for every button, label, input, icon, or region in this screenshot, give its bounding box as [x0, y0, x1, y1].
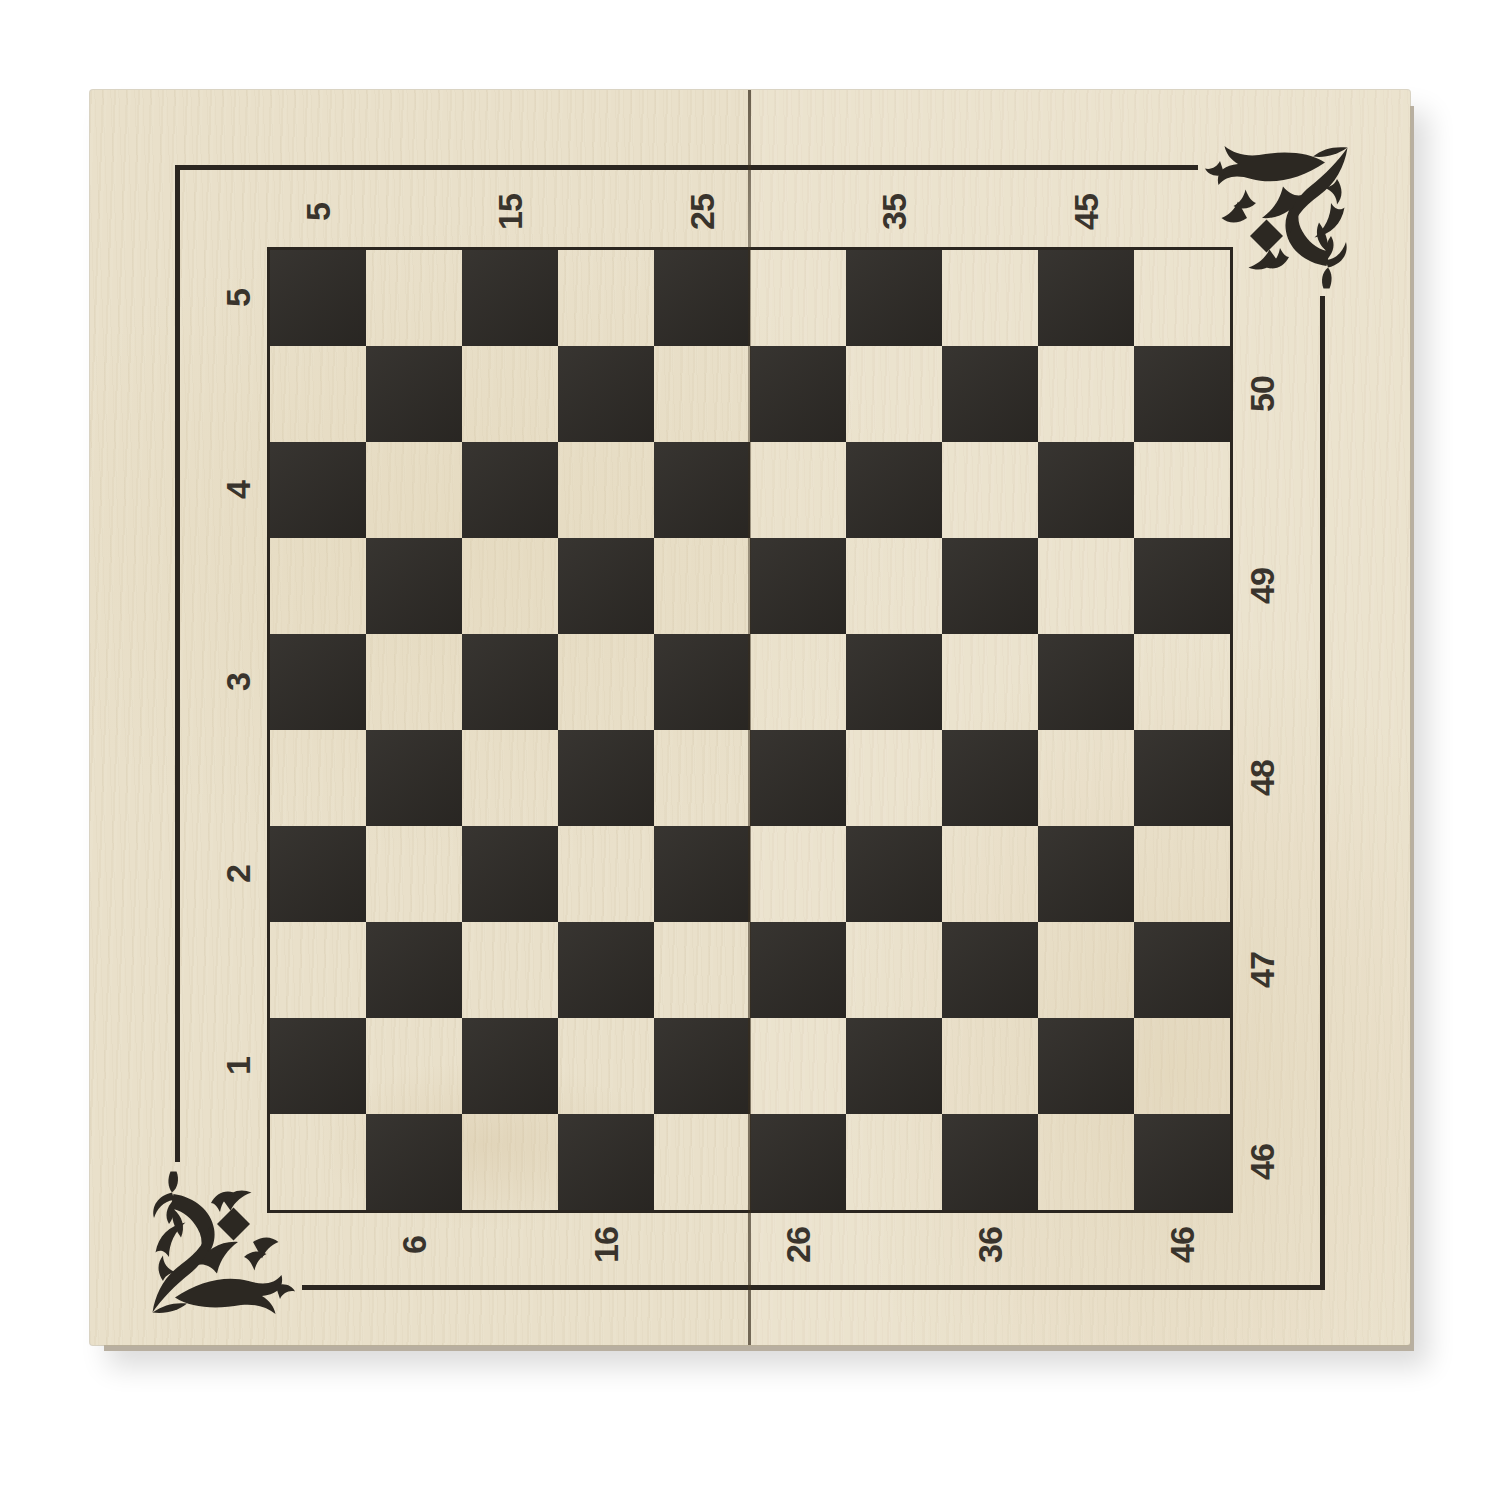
square-r10c10[interactable] [1134, 1114, 1230, 1210]
fold-seam [748, 90, 751, 1345]
square-r5c3[interactable] [462, 634, 558, 730]
square-r10c7[interactable] [846, 1114, 942, 1210]
edge-number-bottom-16: 16 [589, 1227, 623, 1263]
edge-number-right-48: 48 [1245, 760, 1279, 796]
edge-number-top-25: 25 [685, 194, 719, 230]
square-r5c8[interactable] [942, 634, 1038, 730]
square-r6c3[interactable] [462, 730, 558, 826]
square-r4c3[interactable] [462, 538, 558, 634]
square-r3c10[interactable] [1134, 442, 1230, 538]
square-r5c10[interactable] [1134, 634, 1230, 730]
square-r10c5[interactable] [654, 1114, 750, 1210]
photo-background: 515253545616263646543215049484746 [0, 0, 1500, 1500]
square-r7c3[interactable] [462, 826, 558, 922]
square-r6c9[interactable] [1038, 730, 1134, 826]
edge-number-right-49: 49 [1245, 568, 1279, 604]
square-r2c5[interactable] [654, 346, 750, 442]
edge-number-top-5: 5 [301, 203, 335, 221]
square-r7c2[interactable] [366, 826, 462, 922]
square-r9c8[interactable] [942, 1018, 1038, 1114]
square-r1c2[interactable] [366, 250, 462, 346]
square-r3c9[interactable] [1038, 442, 1134, 538]
edge-number-top-45: 45 [1069, 194, 1103, 230]
edge-number-bottom-36: 36 [973, 1227, 1007, 1263]
square-r10c8[interactable] [942, 1114, 1038, 1210]
square-r6c6[interactable] [750, 730, 846, 826]
square-r4c5[interactable] [654, 538, 750, 634]
square-r9c10[interactable] [1134, 1018, 1230, 1114]
square-r5c7[interactable] [846, 634, 942, 730]
edge-number-right-50: 50 [1245, 376, 1279, 412]
square-r7c6[interactable] [750, 826, 846, 922]
damask-flourish-icon [145, 1170, 295, 1320]
square-r8c4[interactable] [558, 922, 654, 1018]
square-r1c8[interactable] [942, 250, 1038, 346]
square-r7c1[interactable] [270, 826, 366, 922]
square-r2c6[interactable] [750, 346, 846, 442]
square-r7c10[interactable] [1134, 826, 1230, 922]
square-r5c2[interactable] [366, 634, 462, 730]
square-r6c2[interactable] [366, 730, 462, 826]
edge-number-top-35: 35 [877, 194, 911, 230]
square-r2c4[interactable] [558, 346, 654, 442]
square-r2c10[interactable] [1134, 346, 1230, 442]
square-r8c9[interactable] [1038, 922, 1134, 1018]
square-r1c5[interactable] [654, 250, 750, 346]
corner-ornament-top-right [1205, 140, 1355, 290]
square-r8c8[interactable] [942, 922, 1038, 1018]
edge-number-left-2: 2 [221, 865, 255, 883]
square-r8c5[interactable] [654, 922, 750, 1018]
square-r2c3[interactable] [462, 346, 558, 442]
square-r9c3[interactable] [462, 1018, 558, 1114]
edge-number-top-15: 15 [493, 194, 527, 230]
frame-line-left [175, 165, 180, 1162]
square-r5c6[interactable] [750, 634, 846, 730]
square-r2c7[interactable] [846, 346, 942, 442]
edge-number-bottom-46: 46 [1165, 1227, 1199, 1263]
square-r1c4[interactable] [558, 250, 654, 346]
square-r2c8[interactable] [942, 346, 1038, 442]
square-r2c2[interactable] [366, 346, 462, 442]
square-r9c4[interactable] [558, 1018, 654, 1114]
square-r5c5[interactable] [654, 634, 750, 730]
square-r1c3[interactable] [462, 250, 558, 346]
square-r7c4[interactable] [558, 826, 654, 922]
square-r6c7[interactable] [846, 730, 942, 826]
square-r7c8[interactable] [942, 826, 1038, 922]
square-r10c3[interactable] [462, 1114, 558, 1210]
square-r2c9[interactable] [1038, 346, 1134, 442]
square-r6c4[interactable] [558, 730, 654, 826]
square-r1c7[interactable] [846, 250, 942, 346]
square-r3c2[interactable] [366, 442, 462, 538]
edge-number-left-5: 5 [221, 289, 255, 307]
square-r3c8[interactable] [942, 442, 1038, 538]
square-r3c6[interactable] [750, 442, 846, 538]
square-r5c4[interactable] [558, 634, 654, 730]
edge-number-right-47: 47 [1245, 952, 1279, 988]
square-r8c2[interactable] [366, 922, 462, 1018]
square-r1c6[interactable] [750, 250, 846, 346]
square-r9c9[interactable] [1038, 1018, 1134, 1114]
edge-number-left-1: 1 [221, 1057, 255, 1075]
square-r4c2[interactable] [366, 538, 462, 634]
square-r8c1[interactable] [270, 922, 366, 1018]
square-r1c9[interactable] [1038, 250, 1134, 346]
square-r8c6[interactable] [750, 922, 846, 1018]
square-r10c2[interactable] [366, 1114, 462, 1210]
square-r9c2[interactable] [366, 1018, 462, 1114]
square-r7c7[interactable] [846, 826, 942, 922]
square-r4c8[interactable] [942, 538, 1038, 634]
square-r10c9[interactable] [1038, 1114, 1134, 1210]
frame-line-bottom [302, 1285, 1325, 1290]
edge-number-bottom-26: 26 [781, 1227, 815, 1263]
square-r4c9[interactable] [1038, 538, 1134, 634]
square-r6c10[interactable] [1134, 730, 1230, 826]
edge-number-left-4: 4 [221, 481, 255, 499]
square-r3c4[interactable] [558, 442, 654, 538]
edge-number-right-46: 46 [1245, 1144, 1279, 1180]
damask-flourish-icon [1205, 140, 1355, 290]
square-r4c4[interactable] [558, 538, 654, 634]
square-r3c1[interactable] [270, 442, 366, 538]
square-r4c10[interactable] [1134, 538, 1230, 634]
square-r9c5[interactable] [654, 1018, 750, 1114]
edge-number-left-3: 3 [221, 673, 255, 691]
square-r8c10[interactable] [1134, 922, 1230, 1018]
square-r9c6[interactable] [750, 1018, 846, 1114]
square-r2c1[interactable] [270, 346, 366, 442]
frame-line-top [175, 165, 1198, 170]
square-r5c1[interactable] [270, 634, 366, 730]
square-r3c3[interactable] [462, 442, 558, 538]
square-r7c9[interactable] [1038, 826, 1134, 922]
square-r9c7[interactable] [846, 1018, 942, 1114]
square-r7c5[interactable] [654, 826, 750, 922]
square-r8c3[interactable] [462, 922, 558, 1018]
square-r10c6[interactable] [750, 1114, 846, 1210]
square-r6c5[interactable] [654, 730, 750, 826]
frame-line-right [1320, 296, 1325, 1290]
square-r5c9[interactable] [1038, 634, 1134, 730]
draughts-board: 515253545616263646543215049484746 [90, 90, 1410, 1345]
square-r6c8[interactable] [942, 730, 1038, 826]
edge-number-bottom-6: 6 [397, 1236, 431, 1254]
square-r8c7[interactable] [846, 922, 942, 1018]
square-r4c6[interactable] [750, 538, 846, 634]
square-r4c7[interactable] [846, 538, 942, 634]
square-r3c7[interactable] [846, 442, 942, 538]
square-r4c1[interactable] [270, 538, 366, 634]
square-r3c5[interactable] [654, 442, 750, 538]
square-r6c1[interactable] [270, 730, 366, 826]
corner-ornament-bottom-left [145, 1170, 295, 1320]
square-r10c4[interactable] [558, 1114, 654, 1210]
square-r9c1[interactable] [270, 1018, 366, 1114]
square-r1c1[interactable] [270, 250, 366, 346]
